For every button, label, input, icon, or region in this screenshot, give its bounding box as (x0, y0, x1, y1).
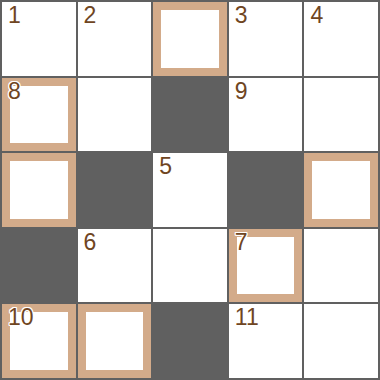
clue-number-3: 3 (235, 4, 248, 27)
cell-r1c1[interactable]: 1 (2, 2, 76, 76)
cell-r2c1[interactable]: 8 (2, 78, 76, 152)
cell-r5c5[interactable] (304, 304, 378, 378)
cell-r3c3[interactable]: 5 (153, 153, 227, 227)
clue-number-10: 10 (8, 306, 34, 329)
clue-number-1: 1 (8, 4, 21, 27)
cell-r1c5[interactable]: 4 (304, 2, 378, 76)
cell-r3c1[interactable] (2, 153, 76, 227)
cell-r1c3[interactable] (153, 2, 227, 76)
block-cell-r3c4 (229, 153, 303, 227)
cell-r4c4[interactable]: 7 (229, 229, 303, 303)
clue-number-4: 4 (310, 4, 323, 27)
block-cell-r2c3 (153, 78, 227, 152)
clue-number-8: 8 (8, 80, 21, 103)
cell-r5c4[interactable]: 11 (229, 304, 303, 378)
cell-r2c2[interactable] (78, 78, 152, 152)
block-cell-r3c2 (78, 153, 152, 227)
clue-number-5: 5 (159, 155, 172, 178)
block-cell-r4c1 (2, 229, 76, 303)
cell-r5c2[interactable] (78, 304, 152, 378)
clue-number-11: 11 (235, 306, 259, 329)
block-cell-r5c3 (153, 304, 227, 378)
cell-r2c4[interactable]: 9 (229, 78, 303, 152)
cell-r4c2[interactable]: 6 (78, 229, 152, 303)
clue-number-9: 9 (235, 80, 248, 103)
cell-r3c5[interactable] (304, 153, 378, 227)
cell-r4c3[interactable] (153, 229, 227, 303)
cell-r5c1[interactable]: 10 (2, 304, 76, 378)
cell-r1c2[interactable]: 2 (78, 2, 152, 76)
clue-number-2: 2 (84, 4, 97, 27)
cell-r4c5[interactable] (304, 229, 378, 303)
cell-r2c5[interactable] (304, 78, 378, 152)
clue-number-7: 7 (235, 231, 248, 254)
cell-r1c4[interactable]: 3 (229, 2, 303, 76)
crossword-board: 1234895671011 (0, 0, 380, 380)
clue-number-6: 6 (84, 231, 97, 254)
